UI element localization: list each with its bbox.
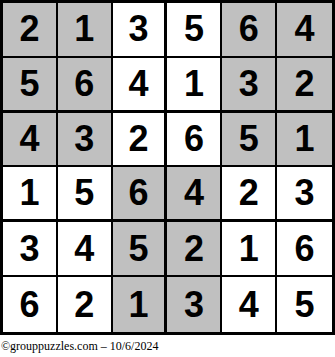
cell-r5c2: 4 [58, 222, 113, 277]
cell-r5c5: 1 [222, 222, 277, 277]
cell-r1c4: 5 [167, 3, 222, 58]
cell-r5c1: 3 [3, 222, 58, 277]
cell-r4c3: 6 [113, 167, 168, 222]
cell-r3c6: 1 [277, 113, 332, 168]
cell-r5c6: 6 [277, 222, 332, 277]
cell-r1c2: 1 [58, 3, 113, 58]
cell-r5c4: 2 [167, 222, 222, 277]
sudoku-board: 213564564132432651156423345216621345 [0, 0, 335, 335]
cell-r6c4: 3 [167, 277, 222, 332]
cell-r6c3: 1 [113, 277, 168, 332]
cell-r3c3: 2 [113, 113, 168, 168]
cell-r3c1: 4 [3, 113, 58, 168]
cell-r3c4: 6 [167, 113, 222, 168]
cell-r2c4: 1 [167, 58, 222, 113]
cell-r2c1: 5 [3, 58, 58, 113]
cell-r4c2: 5 [58, 167, 113, 222]
cell-r2c6: 2 [277, 58, 332, 113]
cell-r2c3: 4 [113, 58, 168, 113]
cell-r6c2: 2 [58, 277, 113, 332]
cell-r3c2: 3 [58, 113, 113, 168]
cell-r1c3: 3 [113, 3, 168, 58]
cell-r6c5: 4 [222, 277, 277, 332]
cell-r5c3: 5 [113, 222, 168, 277]
cell-r4c5: 2 [222, 167, 277, 222]
cell-r1c1: 2 [3, 3, 58, 58]
cell-r1c6: 4 [277, 3, 332, 58]
cell-r4c4: 4 [167, 167, 222, 222]
cell-r6c1: 6 [3, 277, 58, 332]
credit-line: ©grouppuzzles.com – 10/6/2024 [0, 335, 335, 354]
cell-r4c6: 3 [277, 167, 332, 222]
cell-r2c2: 6 [58, 58, 113, 113]
cell-r3c5: 5 [222, 113, 277, 168]
cell-r2c5: 3 [222, 58, 277, 113]
cell-r1c5: 6 [222, 3, 277, 58]
cell-r6c6: 5 [277, 277, 332, 332]
cell-r4c1: 1 [3, 167, 58, 222]
